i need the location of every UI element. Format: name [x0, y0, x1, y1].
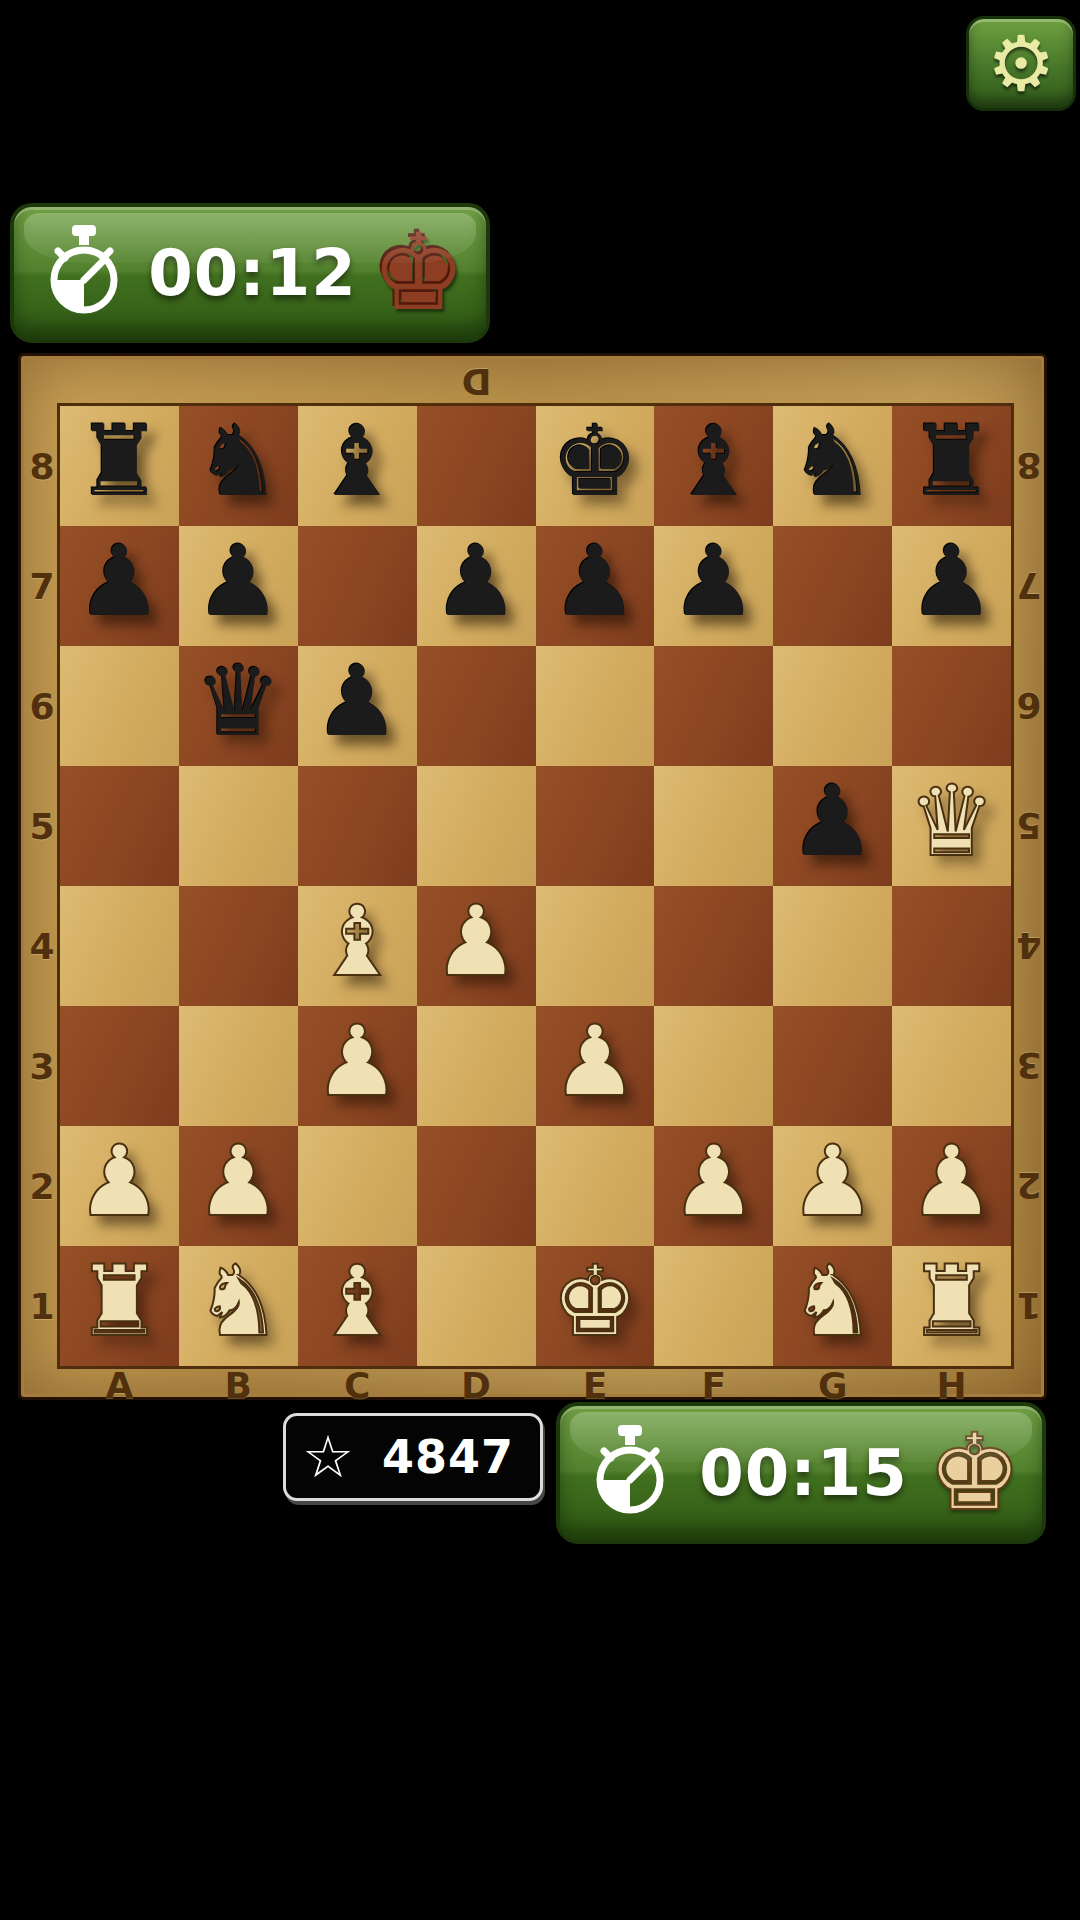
square-a1[interactable]: ♜: [60, 1246, 179, 1366]
square-g5[interactable]: ♟: [773, 766, 892, 886]
piece-black-pawn[interactable]: ♟: [76, 532, 164, 630]
file-label-bottom-h: H: [892, 1368, 1011, 1402]
square-c3[interactable]: ♟: [298, 1006, 417, 1126]
square-f4[interactable]: [654, 886, 773, 1006]
piece-black-pawn[interactable]: ♟: [908, 532, 996, 630]
white-timer-value: 00:15: [680, 1436, 927, 1510]
square-d4[interactable]: ♟: [417, 886, 536, 1006]
square-b5[interactable]: [179, 766, 298, 886]
file-label-bottom-g: G: [773, 1368, 892, 1402]
rank-label-right-4: 4: [1009, 886, 1049, 1006]
white-timer-panel: 00:15 ♚: [556, 1402, 1046, 1544]
square-e1[interactable]: ♚: [536, 1246, 655, 1366]
square-f3[interactable]: [654, 1006, 773, 1126]
square-d6[interactable]: [417, 646, 536, 766]
file-label-bottom-a: A: [60, 1368, 179, 1402]
piece-white-knight[interactable]: ♞: [789, 1252, 877, 1350]
board-grid: ♜♞♝♚♝♞♜♟♟♟♟♟♟♛♟♟♛♝♟♟♟♟♟♟♟♟♜♞♝♚♞♜: [60, 406, 1011, 1366]
piece-black-rook[interactable]: ♜: [908, 412, 996, 510]
piece-black-pawn[interactable]: ♟: [789, 772, 877, 870]
square-c2[interactable]: [298, 1126, 417, 1246]
square-a7[interactable]: ♟: [60, 526, 179, 646]
rank-label-left-1: 1: [25, 1246, 59, 1366]
piece-black-bishop[interactable]: ♝: [313, 412, 401, 510]
square-g7[interactable]: [773, 526, 892, 646]
square-g2[interactable]: ♟: [773, 1126, 892, 1246]
file-label-bottom-e: E: [536, 1368, 655, 1402]
square-g4[interactable]: [773, 886, 892, 1006]
square-d2[interactable]: [417, 1126, 536, 1246]
square-h5[interactable]: ♛: [892, 766, 1011, 886]
rank-label-right-2: 2: [1009, 1126, 1049, 1246]
piece-black-knight[interactable]: ♞: [194, 412, 282, 510]
square-e6[interactable]: [536, 646, 655, 766]
file-label-bottom-d: D: [417, 1368, 536, 1402]
piece-black-pawn[interactable]: ♟: [670, 532, 758, 630]
rank-label-right-6: 6: [1009, 646, 1049, 766]
square-c5[interactable]: [298, 766, 417, 886]
square-c1[interactable]: ♝: [298, 1246, 417, 1366]
piece-white-knight[interactable]: ♞: [194, 1252, 282, 1350]
square-f5[interactable]: [654, 766, 773, 886]
piece-black-queen[interactable]: ♛: [194, 652, 282, 750]
square-e2[interactable]: [536, 1126, 655, 1246]
square-a3[interactable]: [60, 1006, 179, 1126]
piece-black-pawn[interactable]: ♟: [313, 652, 401, 750]
score-value: 4847: [382, 1430, 514, 1484]
square-f7[interactable]: ♟: [654, 526, 773, 646]
piece-white-pawn[interactable]: ♟: [908, 1132, 996, 1230]
square-d1[interactable]: [417, 1246, 536, 1366]
square-f2[interactable]: ♟: [654, 1126, 773, 1246]
square-a8[interactable]: ♜: [60, 406, 179, 526]
square-e7[interactable]: ♟: [536, 526, 655, 646]
piece-white-bishop[interactable]: ♝: [313, 1252, 401, 1350]
square-a2[interactable]: ♟: [60, 1126, 179, 1246]
square-e5[interactable]: [536, 766, 655, 886]
rank-label-left-7: 7: [25, 526, 59, 646]
stopwatch-icon: [580, 1417, 680, 1529]
black-king-icon: ♚: [371, 220, 466, 326]
piece-white-pawn[interactable]: ♟: [670, 1132, 758, 1230]
square-a4[interactable]: [60, 886, 179, 1006]
square-c8[interactable]: ♝: [298, 406, 417, 526]
piece-black-rook[interactable]: ♜: [76, 412, 164, 510]
piece-white-pawn[interactable]: ♟: [313, 1012, 401, 1110]
piece-white-pawn[interactable]: ♟: [194, 1132, 282, 1230]
piece-white-king[interactable]: ♚: [551, 1252, 639, 1350]
rank-label-left-6: 6: [25, 646, 59, 766]
piece-white-pawn[interactable]: ♟: [789, 1132, 877, 1230]
settings-button[interactable]: ⚙: [966, 16, 1076, 111]
square-c4[interactable]: ♝: [298, 886, 417, 1006]
square-d3[interactable]: [417, 1006, 536, 1126]
star-icon: ☆: [302, 1428, 354, 1486]
piece-white-rook[interactable]: ♜: [76, 1252, 164, 1350]
chess-board: ♜♞♝♚♝♞♜♟♟♟♟♟♟♛♟♟♛♝♟♟♟♟♟♟♟♟♜♞♝♚♞♜ 8765432…: [18, 353, 1047, 1400]
piece-white-pawn[interactable]: ♟: [76, 1132, 164, 1230]
square-d5[interactable]: [417, 766, 536, 886]
square-e4[interactable]: [536, 886, 655, 1006]
square-c6[interactable]: ♟: [298, 646, 417, 766]
white-king-icon: ♚: [927, 1420, 1022, 1526]
square-d8[interactable]: [417, 406, 536, 526]
piece-black-king[interactable]: ♚: [551, 412, 639, 510]
piece-white-pawn[interactable]: ♟: [551, 1012, 639, 1110]
square-b3[interactable]: [179, 1006, 298, 1126]
rank-label-left-8: 8: [25, 406, 59, 526]
square-h8[interactable]: ♜: [892, 406, 1011, 526]
square-h6[interactable]: [892, 646, 1011, 766]
piece-white-queen[interactable]: ♛: [908, 772, 996, 870]
stopwatch-icon: [34, 217, 134, 329]
black-timer-panel: 00:12 ♚: [10, 203, 490, 343]
square-h7[interactable]: ♟: [892, 526, 1011, 646]
square-a5[interactable]: [60, 766, 179, 886]
rank-label-right-3: 3: [1009, 1006, 1049, 1126]
rank-label-left-5: 5: [25, 766, 59, 886]
square-g3[interactable]: [773, 1006, 892, 1126]
rank-label-right-8: 8: [1009, 406, 1049, 526]
piece-black-pawn[interactable]: ♟: [551, 532, 639, 630]
rank-label-right-1: 1: [1009, 1246, 1049, 1366]
rank-label-right-7: 7: [1009, 526, 1049, 646]
square-h1[interactable]: ♜: [892, 1246, 1011, 1366]
piece-black-bishop[interactable]: ♝: [670, 412, 758, 510]
rank-label-left-3: 3: [25, 1006, 59, 1126]
file-label-bottom-f: F: [654, 1368, 773, 1402]
square-b2[interactable]: ♟: [179, 1126, 298, 1246]
file-label-top-d: D: [417, 362, 536, 402]
score-panel: ☆ 4847: [283, 1413, 543, 1501]
gear-icon: ⚙: [987, 26, 1055, 102]
square-h3[interactable]: [892, 1006, 1011, 1126]
piece-white-pawn[interactable]: ♟: [432, 892, 520, 990]
square-b7[interactable]: ♟: [179, 526, 298, 646]
square-b6[interactable]: ♛: [179, 646, 298, 766]
piece-white-rook[interactable]: ♜: [908, 1252, 996, 1350]
square-g8[interactable]: ♞: [773, 406, 892, 526]
square-h2[interactable]: ♟: [892, 1126, 1011, 1246]
square-b4[interactable]: [179, 886, 298, 1006]
piece-black-knight[interactable]: ♞: [789, 412, 877, 510]
rank-label-right-5: 5: [1009, 766, 1049, 886]
square-b8[interactable]: ♞: [179, 406, 298, 526]
square-h4[interactable]: [892, 886, 1011, 1006]
square-f1[interactable]: [654, 1246, 773, 1366]
square-b1[interactable]: ♞: [179, 1246, 298, 1366]
square-a6[interactable]: [60, 646, 179, 766]
square-f6[interactable]: [654, 646, 773, 766]
square-e3[interactable]: ♟: [536, 1006, 655, 1126]
black-timer-value: 00:12: [134, 236, 371, 310]
piece-black-pawn[interactable]: ♟: [432, 532, 520, 630]
rank-label-left-4: 4: [25, 886, 59, 1006]
rank-label-left-2: 2: [25, 1126, 59, 1246]
file-label-bottom-c: C: [298, 1368, 417, 1402]
piece-black-pawn[interactable]: ♟: [194, 532, 282, 630]
file-label-bottom-b: B: [179, 1368, 298, 1402]
square-f8[interactable]: ♝: [654, 406, 773, 526]
square-c7[interactable]: [298, 526, 417, 646]
piece-white-bishop[interactable]: ♝: [313, 892, 401, 990]
square-d7[interactable]: ♟: [417, 526, 536, 646]
app-screen: ⚙ 00:12 ♚ ♜♞♝♚♝♞♜♟♟♟♟♟♟♛♟♟♛♝♟♟♟♟♟♟♟♟♜♞♝♚…: [0, 0, 1080, 1920]
square-g1[interactable]: ♞: [773, 1246, 892, 1366]
square-e8[interactable]: ♚: [536, 406, 655, 526]
square-g6[interactable]: [773, 646, 892, 766]
